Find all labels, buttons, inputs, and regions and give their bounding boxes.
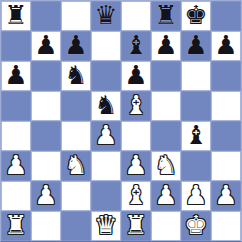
square-h5[interactable] [211, 91, 241, 121]
square-h1[interactable] [211, 211, 241, 241]
black-pawn[interactable]: ♟ [124, 62, 147, 88]
white-pawn[interactable]: ♟ [4, 152, 27, 178]
square-d5[interactable]: ♞ [91, 91, 121, 121]
square-c3[interactable]: ♞ [61, 151, 91, 181]
square-h2[interactable]: ♟ [211, 181, 241, 211]
square-e6[interactable]: ♟ [121, 61, 151, 91]
square-c7[interactable]: ♟ [61, 31, 91, 61]
square-g5[interactable] [181, 91, 211, 121]
square-a3[interactable]: ♟ [1, 151, 31, 181]
square-d7[interactable] [91, 31, 121, 61]
square-h6[interactable] [211, 61, 241, 91]
square-f6[interactable] [151, 61, 181, 91]
white-rook[interactable]: ♜ [4, 212, 27, 238]
square-h3[interactable] [211, 151, 241, 181]
square-f8[interactable]: ♜ [151, 1, 181, 31]
white-bishop[interactable]: ♝ [124, 92, 147, 118]
white-pawn[interactable]: ♟ [94, 122, 117, 148]
square-b5[interactable] [31, 91, 61, 121]
square-h7[interactable]: ♟ [211, 31, 241, 61]
white-queen[interactable]: ♛ [94, 212, 117, 238]
square-c4[interactable] [61, 121, 91, 151]
white-king[interactable]: ♚ [184, 212, 207, 238]
square-e8[interactable] [121, 1, 151, 31]
square-g2[interactable]: ♟ [181, 181, 211, 211]
square-h8[interactable] [211, 1, 241, 31]
black-pawn[interactable]: ♟ [4, 62, 27, 88]
square-d4[interactable]: ♟ [91, 121, 121, 151]
black-pawn[interactable]: ♟ [214, 32, 237, 58]
black-king[interactable]: ♚ [184, 2, 207, 28]
square-f1[interactable] [151, 211, 181, 241]
black-rook[interactable]: ♜ [154, 2, 177, 28]
square-c1[interactable] [61, 211, 91, 241]
square-d6[interactable] [91, 61, 121, 91]
square-a1[interactable]: ♜ [1, 211, 31, 241]
square-g1[interactable]: ♚ [181, 211, 211, 241]
white-knight[interactable]: ♞ [64, 152, 87, 178]
square-a2[interactable] [1, 181, 31, 211]
square-c6[interactable]: ♞ [61, 61, 91, 91]
square-e7[interactable]: ♝ [121, 31, 151, 61]
square-b8[interactable] [31, 1, 61, 31]
square-d2[interactable] [91, 181, 121, 211]
black-pawn[interactable]: ♟ [34, 32, 57, 58]
square-f4[interactable] [151, 121, 181, 151]
square-e4[interactable] [121, 121, 151, 151]
square-g4[interactable]: ♝ [181, 121, 211, 151]
square-a4[interactable] [1, 121, 31, 151]
square-e2[interactable]: ♝ [121, 181, 151, 211]
square-b1[interactable] [31, 211, 61, 241]
white-bishop[interactable]: ♝ [124, 182, 147, 208]
square-f3[interactable]: ♞ [151, 151, 181, 181]
square-e1[interactable]: ♜ [121, 211, 151, 241]
white-pawn[interactable]: ♟ [34, 182, 57, 208]
square-b6[interactable] [31, 61, 61, 91]
square-d8[interactable]: ♛ [91, 1, 121, 31]
square-c5[interactable] [61, 91, 91, 121]
square-b7[interactable]: ♟ [31, 31, 61, 61]
square-c2[interactable] [61, 181, 91, 211]
black-pawn[interactable]: ♟ [184, 32, 207, 58]
black-pawn[interactable]: ♟ [64, 32, 87, 58]
black-queen[interactable]: ♛ [94, 2, 117, 28]
square-e3[interactable]: ♟ [121, 151, 151, 181]
square-g8[interactable]: ♚ [181, 1, 211, 31]
square-h4[interactable] [211, 121, 241, 151]
square-f5[interactable] [151, 91, 181, 121]
square-a8[interactable]: ♜ [1, 1, 31, 31]
white-knight[interactable]: ♞ [154, 152, 177, 178]
white-pawn[interactable]: ♟ [124, 152, 147, 178]
square-b2[interactable]: ♟ [31, 181, 61, 211]
square-f7[interactable]: ♟ [151, 31, 181, 61]
square-f2[interactable]: ♟ [151, 181, 181, 211]
black-bishop[interactable]: ♝ [184, 122, 207, 148]
black-knight[interactable]: ♞ [94, 92, 117, 118]
white-rook[interactable]: ♜ [124, 212, 147, 238]
square-c8[interactable] [61, 1, 91, 31]
square-e5[interactable]: ♝ [121, 91, 151, 121]
square-g3[interactable] [181, 151, 211, 181]
square-a7[interactable] [1, 31, 31, 61]
square-a5[interactable] [1, 91, 31, 121]
white-pawn[interactable]: ♟ [184, 182, 207, 208]
square-d3[interactable] [91, 151, 121, 181]
black-knight[interactable]: ♞ [64, 62, 87, 88]
white-pawn[interactable]: ♟ [154, 182, 177, 208]
square-a6[interactable]: ♟ [1, 61, 31, 91]
black-rook[interactable]: ♜ [4, 2, 27, 28]
square-d1[interactable]: ♛ [91, 211, 121, 241]
square-b3[interactable] [31, 151, 61, 181]
white-pawn[interactable]: ♟ [214, 182, 237, 208]
chess-board: ♜♛♜♚♟♟♝♟♟♟♟♞♟♞♝♟♝♟♞♟♞♟♝♟♟♟♜♛♜♚ [0, 0, 242, 242]
black-bishop[interactable]: ♝ [124, 32, 147, 58]
square-g6[interactable] [181, 61, 211, 91]
black-pawn[interactable]: ♟ [154, 32, 177, 58]
square-g7[interactable]: ♟ [181, 31, 211, 61]
square-b4[interactable] [31, 121, 61, 151]
